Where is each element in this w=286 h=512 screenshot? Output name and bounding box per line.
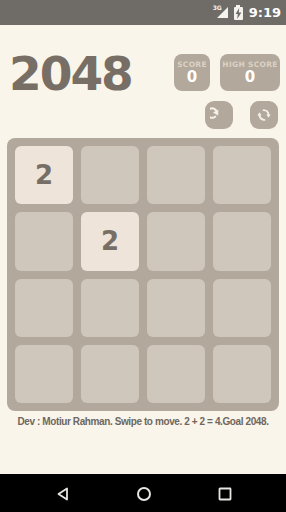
phone-screen: 3G 9:19 2048 SCORE 0 HIGH SCORE 0 (0, 0, 286, 512)
cell-r0c2-empty (147, 146, 205, 204)
cell-r3c1-empty (81, 345, 139, 403)
android-nav-bar (0, 474, 286, 512)
cell-r2c3-empty (213, 279, 271, 337)
status-bar: 3G 9:19 (0, 0, 286, 25)
nav-home-button[interactable] (135, 485, 152, 502)
charging-bolt-icon (235, 8, 242, 19)
board-grid[interactable]: 22 (7, 138, 279, 411)
undo-button[interactable] (205, 101, 233, 129)
page-title: 2048 (9, 50, 132, 97)
undo-icon (210, 106, 229, 125)
cell-r2c2-empty (147, 279, 205, 337)
recents-square-icon (217, 486, 233, 502)
battery-charging-icon (234, 5, 243, 20)
restart-button[interactable] (250, 101, 278, 129)
high-score-value: 0 (245, 69, 255, 86)
score-box: SCORE 0 (174, 54, 210, 91)
high-score-box: HIGH SCORE 0 (220, 54, 280, 91)
home-circle-icon (136, 486, 152, 502)
cell-r1c1-tile-2: 2 (81, 212, 139, 270)
signal-triangle-icon (217, 7, 228, 18)
cell-r3c3-empty (213, 345, 271, 403)
cell-r1c0-empty (15, 212, 73, 270)
cell-r3c0-empty (15, 345, 73, 403)
cell-r0c1-empty (81, 146, 139, 204)
cell-r3c2-empty (147, 345, 205, 403)
cellular-signal-icon: 3G (214, 6, 228, 19)
nav-back-button[interactable] (54, 485, 71, 502)
battery-body (234, 7, 243, 20)
cell-r0c3-empty (213, 146, 271, 204)
cell-r1c3-empty (213, 212, 271, 270)
clock-time: 9:19 (249, 5, 281, 20)
back-triangle-icon (55, 486, 71, 502)
footer-credit: Dev : Motiur Rahman. Swipe to move. 2 + … (0, 416, 286, 427)
score-value: 0 (187, 69, 197, 86)
nav-recents-button[interactable] (216, 485, 233, 502)
cell-r1c2-empty (147, 212, 205, 270)
cell-r2c1-empty (81, 279, 139, 337)
refresh-icon (255, 106, 273, 124)
cell-r2c0-empty (15, 279, 73, 337)
cell-r0c0-tile-2: 2 (15, 146, 73, 204)
